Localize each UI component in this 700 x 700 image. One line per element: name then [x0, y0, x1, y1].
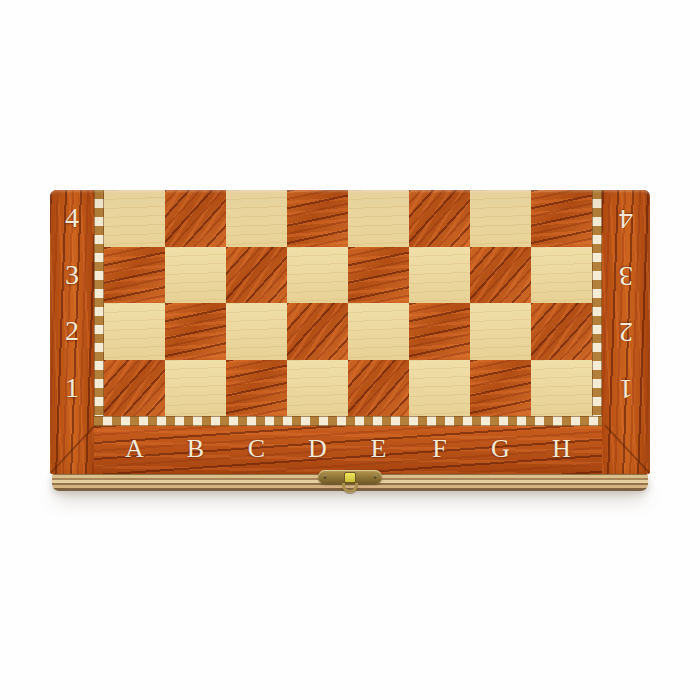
clasp-loop [342, 483, 358, 493]
folding-chess-box: 43214321ABCDEFGH [50, 190, 650, 491]
chess-board-squares [104, 190, 592, 416]
square-d3 [287, 247, 348, 304]
clasp-catch [344, 472, 356, 483]
square-h2 [531, 303, 592, 360]
file-label-a: A [104, 428, 165, 470]
file-label-d: D [287, 428, 348, 470]
square-g2 [470, 303, 531, 360]
rank-label-left-2: 2 [50, 303, 94, 360]
square-h3 [531, 247, 592, 304]
square-h1 [531, 360, 592, 417]
file-label-f: F [409, 428, 470, 470]
square-b3 [165, 247, 226, 304]
file-label-c: C [226, 428, 287, 470]
rank-label-right-2: 2 [602, 303, 650, 360]
rank-label-left-1: 1 [50, 360, 94, 417]
file-label-h: H [531, 428, 592, 470]
square-a2 [104, 303, 165, 360]
square-e3 [348, 247, 409, 304]
square-b4 [165, 190, 226, 247]
rank-label-right-4: 4 [602, 190, 650, 247]
rank-label-right-3: 3 [602, 247, 650, 304]
square-f3 [409, 247, 470, 304]
square-a4 [104, 190, 165, 247]
brass-clasp [318, 470, 382, 496]
square-e1 [348, 360, 409, 417]
square-e2 [348, 303, 409, 360]
clasp-screw-left [323, 475, 327, 479]
square-a1 [104, 360, 165, 417]
square-c3 [226, 247, 287, 304]
inlay-strip-left [94, 190, 104, 416]
square-a3 [104, 247, 165, 304]
square-e4 [348, 190, 409, 247]
rank-label-left-4: 4 [50, 190, 94, 247]
square-c4 [226, 190, 287, 247]
inlay-strip-right [592, 190, 602, 416]
rank-label-left-3: 3 [50, 247, 94, 304]
inlay-strip-bottom [94, 416, 602, 426]
square-f1 [409, 360, 470, 417]
square-f2 [409, 303, 470, 360]
board-lid-surface: 43214321ABCDEFGH [50, 190, 650, 474]
square-c2 [226, 303, 287, 360]
square-c1 [226, 360, 287, 417]
rank-label-right-1: 1 [602, 360, 650, 417]
square-g1 [470, 360, 531, 417]
product-photo: 43214321ABCDEFGH [0, 0, 700, 700]
file-label-e: E [348, 428, 409, 470]
square-d4 [287, 190, 348, 247]
file-label-b: B [165, 428, 226, 470]
clasp-screw-right [373, 475, 377, 479]
box-side-edge [52, 474, 648, 491]
square-b2 [165, 303, 226, 360]
square-f4 [409, 190, 470, 247]
square-d1 [287, 360, 348, 417]
file-label-g: G [470, 428, 531, 470]
square-b1 [165, 360, 226, 417]
square-h4 [531, 190, 592, 247]
square-g4 [470, 190, 531, 247]
square-g3 [470, 247, 531, 304]
square-d2 [287, 303, 348, 360]
